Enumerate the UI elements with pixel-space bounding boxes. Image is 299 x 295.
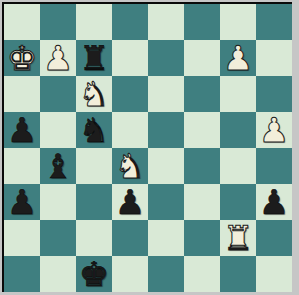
chess-board: ♚♟♜♟♞♟♞♟♝♞♟♟♟♜♚ bbox=[2, 2, 292, 292]
square-d8[interactable] bbox=[112, 4, 148, 40]
square-c6[interactable]: ♞ bbox=[76, 76, 112, 112]
piece-black-knight[interactable]: ♞ bbox=[79, 112, 109, 148]
square-f8[interactable] bbox=[184, 4, 220, 40]
square-g3[interactable] bbox=[220, 184, 256, 220]
square-e6[interactable] bbox=[148, 76, 184, 112]
piece-black-rook[interactable]: ♜ bbox=[79, 40, 109, 76]
square-d1[interactable] bbox=[112, 256, 148, 292]
square-e5[interactable] bbox=[148, 112, 184, 148]
square-f1[interactable] bbox=[184, 256, 220, 292]
square-h6[interactable] bbox=[256, 76, 292, 112]
square-g7[interactable]: ♟ bbox=[220, 40, 256, 76]
square-b7[interactable]: ♟ bbox=[40, 40, 76, 76]
square-h7[interactable] bbox=[256, 40, 292, 76]
piece-white-pawn[interactable]: ♟ bbox=[43, 40, 73, 76]
piece-white-pawn[interactable]: ♟ bbox=[223, 40, 253, 76]
square-c2[interactable] bbox=[76, 220, 112, 256]
square-a1[interactable] bbox=[4, 256, 40, 292]
piece-black-pawn[interactable]: ♟ bbox=[7, 112, 37, 148]
square-e8[interactable] bbox=[148, 4, 184, 40]
square-g2[interactable]: ♜ bbox=[220, 220, 256, 256]
square-b4[interactable]: ♝ bbox=[40, 148, 76, 184]
square-b6[interactable] bbox=[40, 76, 76, 112]
square-c1[interactable]: ♚ bbox=[76, 256, 112, 292]
square-g6[interactable] bbox=[220, 76, 256, 112]
square-a3[interactable]: ♟ bbox=[4, 184, 40, 220]
piece-black-king[interactable]: ♚ bbox=[79, 256, 109, 292]
square-a8[interactable] bbox=[4, 4, 40, 40]
square-a7[interactable]: ♚ bbox=[4, 40, 40, 76]
square-a4[interactable] bbox=[4, 148, 40, 184]
square-b2[interactable] bbox=[40, 220, 76, 256]
square-f7[interactable] bbox=[184, 40, 220, 76]
square-e3[interactable] bbox=[148, 184, 184, 220]
piece-black-pawn[interactable]: ♟ bbox=[259, 184, 289, 220]
square-h1[interactable] bbox=[256, 256, 292, 292]
piece-white-rook[interactable]: ♜ bbox=[223, 220, 253, 256]
square-h4[interactable] bbox=[256, 148, 292, 184]
square-f5[interactable] bbox=[184, 112, 220, 148]
piece-white-knight[interactable]: ♞ bbox=[79, 76, 109, 112]
square-b8[interactable] bbox=[40, 4, 76, 40]
piece-white-knight[interactable]: ♞ bbox=[115, 148, 145, 184]
piece-black-bishop[interactable]: ♝ bbox=[43, 148, 73, 184]
square-f2[interactable] bbox=[184, 220, 220, 256]
square-g1[interactable] bbox=[220, 256, 256, 292]
square-a5[interactable]: ♟ bbox=[4, 112, 40, 148]
piece-white-pawn[interactable]: ♟ bbox=[259, 112, 289, 148]
square-e2[interactable] bbox=[148, 220, 184, 256]
square-b1[interactable] bbox=[40, 256, 76, 292]
square-f4[interactable] bbox=[184, 148, 220, 184]
square-c7[interactable]: ♜ bbox=[76, 40, 112, 76]
square-e1[interactable] bbox=[148, 256, 184, 292]
square-d3[interactable]: ♟ bbox=[112, 184, 148, 220]
square-d5[interactable] bbox=[112, 112, 148, 148]
square-d2[interactable] bbox=[112, 220, 148, 256]
piece-white-king[interactable]: ♚ bbox=[7, 40, 37, 76]
square-d6[interactable] bbox=[112, 76, 148, 112]
square-h3[interactable]: ♟ bbox=[256, 184, 292, 220]
square-h5[interactable]: ♟ bbox=[256, 112, 292, 148]
square-e4[interactable] bbox=[148, 148, 184, 184]
square-e7[interactable] bbox=[148, 40, 184, 76]
square-a2[interactable] bbox=[4, 220, 40, 256]
square-b5[interactable] bbox=[40, 112, 76, 148]
square-f6[interactable] bbox=[184, 76, 220, 112]
square-c5[interactable]: ♞ bbox=[76, 112, 112, 148]
square-c4[interactable] bbox=[76, 148, 112, 184]
square-h2[interactable] bbox=[256, 220, 292, 256]
square-d7[interactable] bbox=[112, 40, 148, 76]
piece-black-pawn[interactable]: ♟ bbox=[7, 184, 37, 220]
square-g4[interactable] bbox=[220, 148, 256, 184]
square-b3[interactable] bbox=[40, 184, 76, 220]
square-d4[interactable]: ♞ bbox=[112, 148, 148, 184]
board-frame: ♚♟♜♟♞♟♞♟♝♞♟♟♟♜♚ bbox=[0, 0, 299, 295]
square-a6[interactable] bbox=[4, 76, 40, 112]
square-h8[interactable] bbox=[256, 4, 292, 40]
square-g8[interactable] bbox=[220, 4, 256, 40]
square-c3[interactable] bbox=[76, 184, 112, 220]
square-f3[interactable] bbox=[184, 184, 220, 220]
square-g5[interactable] bbox=[220, 112, 256, 148]
piece-black-pawn[interactable]: ♟ bbox=[115, 184, 145, 220]
square-c8[interactable] bbox=[76, 4, 112, 40]
